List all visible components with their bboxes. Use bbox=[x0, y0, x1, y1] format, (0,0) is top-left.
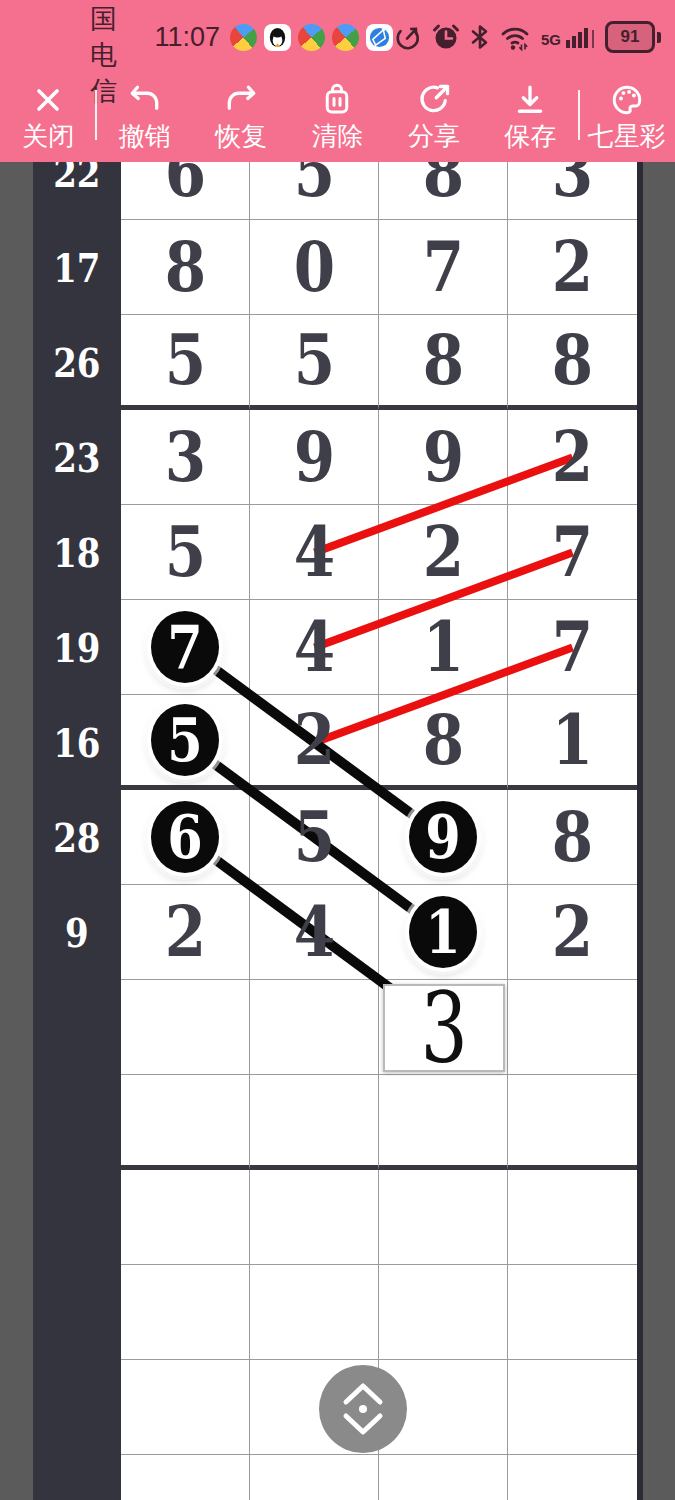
dot bbox=[359, 1405, 367, 1413]
board-row: 3 bbox=[33, 980, 637, 1075]
grid-cell[interactable]: 5 bbox=[250, 315, 379, 410]
grid-cell[interactable]: 1 bbox=[379, 885, 508, 980]
status-bar: 中国电信 11:07 5G 91 bbox=[0, 0, 675, 68]
board-row: 92412 bbox=[33, 885, 637, 980]
grid-cell[interactable] bbox=[508, 1075, 637, 1170]
row-label: 26 bbox=[33, 315, 121, 410]
grid-cell[interactable] bbox=[379, 1265, 508, 1360]
row-label bbox=[33, 1265, 121, 1360]
browser-icon bbox=[366, 24, 393, 51]
close-icon bbox=[30, 82, 66, 118]
cell-digit: 4 bbox=[293, 897, 334, 967]
grid-cell[interactable]: 1 bbox=[508, 695, 637, 790]
scroll-up-down-button[interactable] bbox=[319, 1365, 407, 1453]
battery-icon: 91 bbox=[605, 21, 661, 53]
pinwheel-icon bbox=[332, 24, 359, 51]
row-label: 9 bbox=[33, 885, 121, 980]
grid-cell[interactable]: 3 bbox=[508, 162, 637, 220]
grid-cell[interactable]: 0 bbox=[250, 220, 379, 315]
cell-digit: 6 bbox=[164, 162, 205, 207]
cell-digit: 3 bbox=[164, 422, 205, 492]
app-screen: 中国电信 11:07 5G 91 bbox=[0, 0, 675, 1500]
trash-icon bbox=[319, 82, 355, 118]
network-type-label: 5G bbox=[541, 31, 561, 48]
grid-cell[interactable]: 9 bbox=[379, 410, 508, 505]
cell-digit: 8 bbox=[552, 325, 593, 395]
grid-cell[interactable]: 6 bbox=[121, 162, 250, 220]
bluetooth-icon bbox=[469, 22, 491, 52]
board-row: 165281 bbox=[33, 695, 637, 790]
board-row: 226583 bbox=[33, 162, 637, 220]
grid-cell[interactable] bbox=[508, 1455, 637, 1500]
grid-cell[interactable]: 4 bbox=[250, 885, 379, 980]
cell-digit: 2 bbox=[552, 232, 593, 302]
grid-cell[interactable] bbox=[508, 1170, 637, 1265]
board-row bbox=[33, 1075, 637, 1170]
notification-icons bbox=[230, 24, 393, 51]
download-icon bbox=[512, 82, 548, 118]
palette-icon bbox=[609, 82, 645, 118]
cell-digit: 8 bbox=[422, 162, 463, 207]
grid-cell[interactable] bbox=[508, 980, 637, 1075]
alarm-icon bbox=[431, 22, 461, 52]
signal-icon bbox=[565, 22, 597, 52]
left-margin-strip bbox=[0, 162, 33, 1500]
grid-cell[interactable]: 3 bbox=[121, 410, 250, 505]
grid-cell[interactable]: 4 bbox=[250, 505, 379, 600]
system-status-icons: 5G 91 bbox=[393, 21, 661, 53]
selected-cell-box[interactable]: 3 bbox=[383, 984, 505, 1072]
cell-digit: 1 bbox=[552, 705, 593, 775]
pinwheel-icon bbox=[298, 24, 325, 51]
circled-number: 9 bbox=[409, 801, 477, 873]
board-inner: 2265831780722655882339921854271974171652… bbox=[33, 162, 637, 1500]
data-saver-icon bbox=[393, 22, 423, 52]
cell-digit: 2 bbox=[552, 897, 593, 967]
clear-button[interactable]: 清除 bbox=[289, 68, 385, 162]
cell-digit: 3 bbox=[552, 162, 593, 207]
grid-cell[interactable]: 8 bbox=[508, 315, 637, 410]
wifi-icon bbox=[499, 22, 533, 52]
grid-cell[interactable] bbox=[508, 1360, 637, 1455]
cell-digit: 2 bbox=[164, 897, 205, 967]
cell-digit: 2 bbox=[293, 705, 334, 775]
row-label: 22 bbox=[33, 162, 121, 220]
grid-cell[interactable] bbox=[121, 1265, 250, 1360]
cell-digit: 8 bbox=[422, 705, 463, 775]
toolbar-label: 七星彩 bbox=[588, 123, 666, 149]
cell-digit: 5 bbox=[164, 517, 205, 587]
cell-digit: 5 bbox=[164, 325, 205, 395]
toolbar-label: 关闭 bbox=[22, 123, 74, 149]
cell-digit: 2 bbox=[552, 422, 593, 492]
pinwheel-icon bbox=[230, 24, 257, 51]
circled-number: 1 bbox=[409, 896, 477, 968]
grid-cell[interactable]: 5 bbox=[250, 790, 379, 885]
grid-cell[interactable]: 2 bbox=[379, 505, 508, 600]
board-row bbox=[33, 1455, 637, 1500]
toolbar-label: 保存 bbox=[504, 123, 556, 149]
cell-digit: 8 bbox=[422, 325, 463, 395]
grid-cell[interactable]: 9 bbox=[250, 410, 379, 505]
grid-cell[interactable]: 5 bbox=[121, 505, 250, 600]
cell-digit: 9 bbox=[293, 422, 334, 492]
grid-cell[interactable]: 2 bbox=[508, 220, 637, 315]
row-label: 17 bbox=[33, 220, 121, 315]
row-label: 28 bbox=[33, 790, 121, 885]
toolbar-label: 清除 bbox=[311, 123, 363, 149]
cell-digit: 0 bbox=[293, 232, 334, 302]
grid-cell[interactable] bbox=[250, 1265, 379, 1360]
close-button[interactable]: 关闭 bbox=[0, 68, 96, 162]
board-row: 233992 bbox=[33, 410, 637, 505]
grid-cell[interactable]: 5 bbox=[121, 695, 250, 790]
battery-percent: 91 bbox=[621, 27, 640, 47]
cell-digit: 9 bbox=[422, 422, 463, 492]
qq-icon bbox=[264, 24, 291, 51]
grid-cell[interactable] bbox=[250, 1075, 379, 1170]
grid-cell[interactable] bbox=[121, 1075, 250, 1170]
board-row: 265588 bbox=[33, 315, 637, 410]
circled-number: 6 bbox=[151, 801, 219, 873]
share-icon bbox=[416, 82, 452, 118]
board-row: 286598 bbox=[33, 790, 637, 885]
cell-digit: 2 bbox=[422, 517, 463, 587]
grid-cell[interactable]: 5 bbox=[250, 162, 379, 220]
grid-cell[interactable] bbox=[121, 980, 250, 1075]
grid-cell[interactable] bbox=[250, 1170, 379, 1265]
grid-cell[interactable] bbox=[508, 1265, 637, 1360]
grid-cell[interactable]: 3 bbox=[379, 980, 508, 1075]
cell-digit: 5 bbox=[293, 802, 334, 872]
cell-digit: 7 bbox=[552, 517, 593, 587]
palette-button[interactable]: 七星彩 bbox=[579, 68, 675, 162]
grid-cell[interactable]: 4 bbox=[250, 600, 379, 695]
grid-cell[interactable] bbox=[121, 1455, 250, 1500]
row-label bbox=[33, 1455, 121, 1500]
toolbar-label: 撤销 bbox=[119, 123, 171, 149]
cell-digit: 4 bbox=[293, 612, 334, 682]
save-button[interactable]: 保存 bbox=[482, 68, 578, 162]
toolbar-label: 恢复 bbox=[215, 123, 267, 149]
grid-cell[interactable]: 8 bbox=[379, 315, 508, 410]
undo-button[interactable]: 撤销 bbox=[96, 68, 192, 162]
cell-digit: 1 bbox=[422, 612, 463, 682]
toolbar: 关闭 撤销 恢复 清除 分享 保存 bbox=[0, 68, 675, 162]
right-margin-strip bbox=[643, 162, 675, 1500]
row-label bbox=[33, 1170, 121, 1265]
header: 中国电信 11:07 5G 91 bbox=[0, 0, 675, 162]
row-label bbox=[33, 1075, 121, 1170]
board-row: 178072 bbox=[33, 220, 637, 315]
cell-digit: 4 bbox=[293, 517, 334, 587]
chevron-down-icon bbox=[346, 1416, 380, 1432]
grid-cell[interactable]: 8 bbox=[379, 162, 508, 220]
share-button[interactable]: 分享 bbox=[386, 68, 482, 162]
row-label: 23 bbox=[33, 410, 121, 505]
cell-digit: 5 bbox=[293, 162, 334, 207]
board-row bbox=[33, 1265, 637, 1360]
grid-cell[interactable]: 2 bbox=[508, 885, 637, 980]
grid-cell[interactable] bbox=[121, 1170, 250, 1265]
grid-cell[interactable] bbox=[379, 1075, 508, 1170]
cell-digit: 8 bbox=[552, 802, 593, 872]
board-row: 185427 bbox=[33, 505, 637, 600]
grid-cell[interactable]: 7 bbox=[508, 505, 637, 600]
grid-cell[interactable] bbox=[379, 1455, 508, 1500]
row-label bbox=[33, 1360, 121, 1455]
cell-digit: 8 bbox=[164, 232, 205, 302]
toolbar-label: 分享 bbox=[408, 123, 460, 149]
circled-number: 5 bbox=[151, 704, 219, 776]
cell-digit: 7 bbox=[552, 612, 593, 682]
grid-cell[interactable]: 1 bbox=[379, 600, 508, 695]
selected-digit: 3 bbox=[420, 979, 467, 1077]
grid-cell[interactable] bbox=[250, 1455, 379, 1500]
grid-cell[interactable]: 7 bbox=[508, 600, 637, 695]
grid-cell[interactable]: 8 bbox=[379, 695, 508, 790]
redo-icon bbox=[223, 82, 259, 118]
grid-cell[interactable] bbox=[379, 1170, 508, 1265]
grid-cell[interactable] bbox=[250, 980, 379, 1075]
grid-cell[interactable] bbox=[121, 1360, 250, 1455]
grid-cell[interactable]: 7 bbox=[379, 220, 508, 315]
redo-button[interactable]: 恢复 bbox=[193, 68, 289, 162]
grid-cell[interactable]: 6 bbox=[121, 790, 250, 885]
row-label: 19 bbox=[33, 600, 121, 695]
chevron-up-icon bbox=[346, 1386, 380, 1402]
board-row: 197417 bbox=[33, 600, 637, 695]
row-label: 18 bbox=[33, 505, 121, 600]
grid-cell[interactable]: 8 bbox=[508, 790, 637, 885]
grid-cell[interactable]: 5 bbox=[121, 315, 250, 410]
grid-cell[interactable]: 2 bbox=[121, 885, 250, 980]
cell-digit: 7 bbox=[422, 232, 463, 302]
board-row bbox=[33, 1170, 637, 1265]
grid-cell[interactable]: 9 bbox=[379, 790, 508, 885]
circled-number: 7 bbox=[151, 611, 219, 683]
grid-cell[interactable]: 8 bbox=[121, 220, 250, 315]
board-viewport[interactable]: 2265831780722655882339921854271974171652… bbox=[33, 162, 643, 1500]
cell-digit: 5 bbox=[293, 325, 334, 395]
grid-cell[interactable]: 2 bbox=[508, 410, 637, 505]
status-time: 11:07 bbox=[154, 22, 220, 53]
grid-cell[interactable]: 7 bbox=[121, 600, 250, 695]
row-label: 16 bbox=[33, 695, 121, 790]
grid-cell[interactable]: 2 bbox=[250, 695, 379, 790]
undo-icon bbox=[127, 82, 163, 118]
row-label bbox=[33, 980, 121, 1075]
